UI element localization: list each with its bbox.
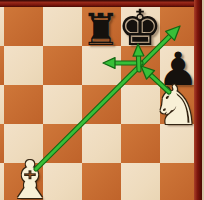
black-rook-f8[interactable]: ♜ <box>81 8 120 52</box>
board-edge-strip <box>202 0 204 200</box>
square-f5[interactable] <box>82 124 121 163</box>
square-e6[interactable] <box>43 85 82 124</box>
square-e8[interactable] <box>43 7 82 46</box>
white-bishop-d4[interactable]: ♝ <box>7 154 54 200</box>
square-e7[interactable] <box>43 46 82 85</box>
square-f6[interactable] <box>82 85 121 124</box>
square-d7[interactable] <box>4 46 43 85</box>
chess-board-diagram: ♜♚♟♞♝ <box>0 0 204 200</box>
square-d6[interactable] <box>4 85 43 124</box>
black-king-g8[interactable]: ♚ <box>118 3 163 53</box>
square-d8[interactable] <box>4 7 43 46</box>
square-g4[interactable] <box>121 163 160 200</box>
white-knight-h6[interactable]: ♞ <box>152 79 200 133</box>
square-f4[interactable] <box>82 163 121 200</box>
board-border-top <box>0 0 204 7</box>
board-border-right <box>194 0 202 200</box>
